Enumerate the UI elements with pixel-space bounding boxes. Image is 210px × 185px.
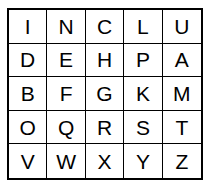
grid-cell-r1c1[interactable]: I xyxy=(9,10,47,44)
grid-cell-r2c3[interactable]: H xyxy=(86,44,124,78)
grid-cell-r5c1[interactable]: V xyxy=(9,144,47,178)
grid-cell-r4c1[interactable]: O xyxy=(9,111,47,145)
grid-cell-r2c1[interactable]: D xyxy=(9,44,47,78)
grid-cell-r3c2[interactable]: F xyxy=(47,77,85,111)
grid-cell-r2c2[interactable]: E xyxy=(47,44,85,78)
grid-cell-r1c3[interactable]: C xyxy=(86,10,124,44)
grid-cell-r5c4[interactable]: Y xyxy=(124,144,162,178)
grid-cell-r3c3[interactable]: G xyxy=(86,77,124,111)
grid-cell-r3c4[interactable]: K xyxy=(124,77,162,111)
grid-cell-r1c4[interactable]: L xyxy=(124,10,162,44)
grid-cell-r2c4[interactable]: P xyxy=(124,44,162,78)
grid-cell-r4c2[interactable]: Q xyxy=(47,111,85,145)
letter-grid: INCLUDEHPABFGKMOQRSTVWXYZ xyxy=(7,8,203,180)
grid-cell-r3c1[interactable]: B xyxy=(9,77,47,111)
grid-cell-r3c5[interactable]: M xyxy=(163,77,201,111)
grid-cell-r5c5[interactable]: Z xyxy=(163,144,201,178)
page: INCLUDEHPABFGKMOQRSTVWXYZ xyxy=(0,0,210,185)
grid-cell-r4c5[interactable]: T xyxy=(163,111,201,145)
grid-cell-r5c3[interactable]: X xyxy=(86,144,124,178)
grid-cell-r1c2[interactable]: N xyxy=(47,10,85,44)
grid-cell-r2c5[interactable]: A xyxy=(163,44,201,78)
grid-cell-r4c4[interactable]: S xyxy=(124,111,162,145)
grid-cell-r1c5[interactable]: U xyxy=(163,10,201,44)
grid-cell-r5c2[interactable]: W xyxy=(47,144,85,178)
grid-cell-r4c3[interactable]: R xyxy=(86,111,124,145)
